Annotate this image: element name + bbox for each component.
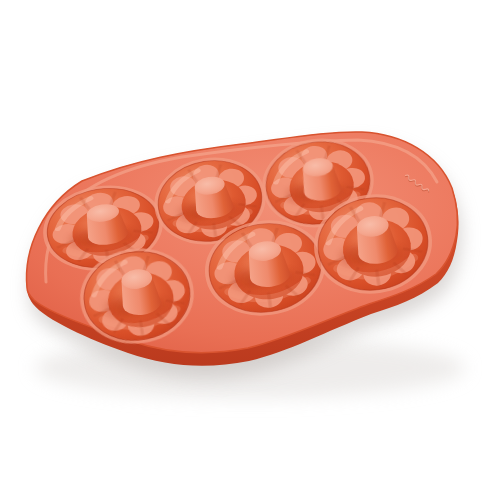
silicone-mold-image bbox=[0, 0, 500, 500]
product-photo: Coral red silicone baking mold with six … bbox=[0, 0, 500, 500]
